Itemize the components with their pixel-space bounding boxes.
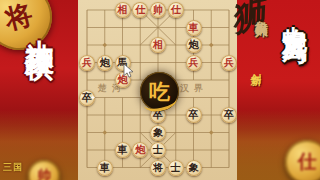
piece-red-相-c5r3[interactable]: 相 [150, 37, 166, 53]
piece-black-卒-c7r7[interactable]: 卒 [186, 107, 202, 123]
watermark-logo: 三国 [3, 161, 23, 174]
thumbnail-stage: 楚河 汉界 相仕帅仕車相炮兵炮馬兵兵炮卒卒卒卒象車炮士車将士象 吃 ✦ 将 帅 … [0, 0, 320, 180]
decor-piece-shi: 仕 [285, 140, 320, 180]
piece-black-将-c5r10[interactable]: 将 [150, 160, 166, 176]
piece-red-兵-c9r4[interactable]: 兵 [221, 55, 237, 71]
piece-black-車-c2r10[interactable]: 車 [97, 160, 113, 176]
piece-black-炮-c7r3[interactable]: 炮 [186, 37, 202, 53]
piece-red-帅-c5r1[interactable]: 帅 [150, 2, 166, 18]
piece-black-卒-c9r7[interactable]: 卒 [221, 107, 237, 123]
piece-black-士-c6r10[interactable]: 士 [168, 160, 184, 176]
opening-title: 中炮对屏风马 [279, 5, 312, 26]
piece-red-兵-c7r4[interactable]: 兵 [186, 55, 202, 71]
piece-black-士-c5r9[interactable]: 士 [150, 142, 166, 158]
piece-black-車-c3r9[interactable]: 車 [115, 142, 131, 158]
piece-red-兵-c1r4[interactable]: 兵 [79, 55, 95, 71]
series-title: 大神象棋 [20, 16, 60, 32]
sparkle-icon: ✦ [90, 94, 96, 102]
mouse-cursor-icon [123, 64, 135, 79]
river-text-right: 汉界 [180, 82, 208, 95]
piece-red-車-c7r2[interactable]: 車 [186, 20, 202, 36]
piece-red-相-c3r1[interactable]: 相 [115, 2, 131, 18]
piece-black-象-c5r8[interactable]: 象 [150, 125, 166, 141]
tagline-text: 创新 [248, 64, 263, 68]
channel-subtitle: 象棋大师 [252, 9, 270, 17]
piece-black-象-c7r10[interactable]: 象 [186, 160, 202, 176]
piece-red-仕-c6r1[interactable]: 仕 [168, 2, 184, 18]
piece-black-炮-c2r4[interactable]: 炮 [97, 55, 113, 71]
